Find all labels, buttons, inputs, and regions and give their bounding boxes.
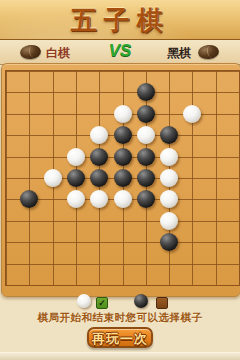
black-stone bbox=[137, 169, 155, 187]
white-stone bbox=[183, 105, 201, 123]
black-stone bbox=[114, 169, 132, 187]
black-stone bbox=[137, 190, 155, 208]
hint-text: 棋局开始和结束时您可以选择棋子 bbox=[0, 311, 240, 325]
white-stone bbox=[114, 105, 132, 123]
black-stone bbox=[137, 148, 155, 166]
black-stone bbox=[90, 148, 108, 166]
board bbox=[1, 63, 240, 297]
white-stone bbox=[160, 169, 178, 187]
white-stone bbox=[90, 190, 108, 208]
play-again-button[interactable]: 再玩一次 bbox=[87, 327, 153, 348]
white-stone bbox=[160, 190, 178, 208]
title-bar: 五子棋 bbox=[0, 0, 240, 40]
black-stone bbox=[114, 148, 132, 166]
black-stone bbox=[160, 126, 178, 144]
white-stone-checkbox[interactable]: ✓ bbox=[96, 297, 108, 309]
white-stone bbox=[160, 148, 178, 166]
black-stone bbox=[137, 83, 155, 101]
black-stone bbox=[160, 233, 178, 251]
white-stone bbox=[114, 190, 132, 208]
black-stone bbox=[67, 169, 85, 187]
white-stone-option[interactable] bbox=[77, 294, 91, 308]
white-stone bbox=[44, 169, 62, 187]
white-stone bbox=[90, 126, 108, 144]
black-player-label: 黑棋 bbox=[167, 45, 191, 62]
black-stone bbox=[20, 190, 38, 208]
players-bar: 白棋 VS 黑棋 bbox=[0, 40, 240, 65]
black-stone bbox=[137, 105, 155, 123]
black-stone-checkbox[interactable] bbox=[156, 297, 168, 309]
bottom-divider bbox=[0, 352, 240, 360]
black-stone bbox=[90, 169, 108, 187]
board-grid[interactable] bbox=[5, 70, 240, 286]
black-stone bbox=[114, 126, 132, 144]
white-stone bbox=[160, 212, 178, 230]
white-stone bbox=[67, 190, 85, 208]
white-stone bbox=[67, 148, 85, 166]
white-stone bbox=[137, 126, 155, 144]
gomoku-app: 五子棋 白棋 VS 黑棋 ✓ 棋局开始和结束时您可以选择棋子 再玩一次 bbox=[0, 0, 240, 360]
black-stone-option[interactable] bbox=[134, 294, 148, 308]
app-title: 五子棋 bbox=[0, 3, 240, 38]
